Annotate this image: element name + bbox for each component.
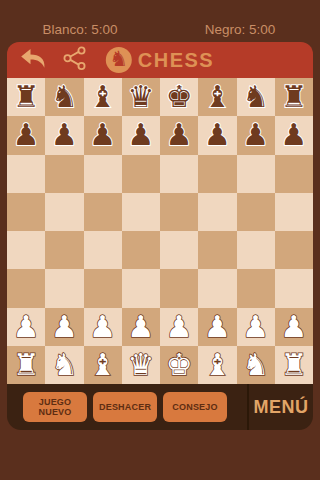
square-d5[interactable] bbox=[122, 193, 160, 231]
square-f8[interactable]: ♝ bbox=[198, 78, 236, 116]
square-b7[interactable]: ♟ bbox=[45, 116, 83, 154]
piece-black-pawn[interactable]: ♟ bbox=[280, 120, 307, 150]
square-c6[interactable] bbox=[84, 155, 122, 193]
chess-board[interactable]: ♜♞♝♛♚♝♞♜♟♟♟♟♟♟♟♟♟♟♟♟♟♟♟♟♜♞♝♛♚♝♞♜ bbox=[7, 78, 313, 384]
piece-white-pawn[interactable]: ♟ bbox=[280, 312, 307, 342]
black-clock: Negro: 5:00 bbox=[160, 22, 320, 42]
piece-white-pawn[interactable]: ♟ bbox=[13, 312, 40, 342]
square-h7[interactable]: ♟ bbox=[275, 116, 313, 154]
square-e7[interactable]: ♟ bbox=[160, 116, 198, 154]
square-f7[interactable]: ♟ bbox=[198, 116, 236, 154]
square-a7[interactable]: ♟ bbox=[7, 116, 45, 154]
square-d7[interactable]: ♟ bbox=[122, 116, 160, 154]
toolbar-buttons: JUEGO NUEVO DESHACER CONSEJO bbox=[23, 392, 227, 422]
square-f1[interactable]: ♝ bbox=[198, 346, 236, 384]
piece-black-rook[interactable]: ♜ bbox=[280, 82, 307, 112]
square-e1[interactable]: ♚ bbox=[160, 346, 198, 384]
square-b4[interactable] bbox=[45, 231, 83, 269]
square-a6[interactable] bbox=[7, 155, 45, 193]
piece-white-pawn[interactable]: ♟ bbox=[51, 312, 78, 342]
square-c3[interactable] bbox=[84, 269, 122, 307]
square-c1[interactable]: ♝ bbox=[84, 346, 122, 384]
square-d6[interactable] bbox=[122, 155, 160, 193]
square-b6[interactable] bbox=[45, 155, 83, 193]
piece-black-knight[interactable]: ♞ bbox=[51, 82, 78, 112]
square-e3[interactable] bbox=[160, 269, 198, 307]
square-e6[interactable] bbox=[160, 155, 198, 193]
square-a3[interactable] bbox=[7, 269, 45, 307]
menu-label: MENÚ bbox=[254, 397, 309, 418]
square-a2[interactable]: ♟ bbox=[7, 308, 45, 346]
undo-button[interactable]: DESHACER bbox=[93, 392, 157, 422]
clock-bar: Blanco: 5:00 Negro: 5:00 bbox=[0, 0, 320, 42]
square-g5[interactable] bbox=[237, 193, 275, 231]
piece-black-pawn[interactable]: ♟ bbox=[13, 120, 40, 150]
piece-white-rook[interactable]: ♜ bbox=[280, 350, 307, 380]
square-g2[interactable]: ♟ bbox=[237, 308, 275, 346]
square-g3[interactable] bbox=[237, 269, 275, 307]
piece-black-pawn[interactable]: ♟ bbox=[204, 120, 231, 150]
square-b2[interactable]: ♟ bbox=[45, 308, 83, 346]
piece-white-pawn[interactable]: ♟ bbox=[242, 312, 269, 342]
piece-white-pawn[interactable]: ♟ bbox=[127, 312, 154, 342]
piece-black-pawn[interactable]: ♟ bbox=[242, 120, 269, 150]
square-f2[interactable]: ♟ bbox=[198, 308, 236, 346]
square-h5[interactable] bbox=[275, 193, 313, 231]
square-h6[interactable] bbox=[275, 155, 313, 193]
square-e4[interactable] bbox=[160, 231, 198, 269]
square-f4[interactable] bbox=[198, 231, 236, 269]
piece-black-pawn[interactable]: ♟ bbox=[51, 120, 78, 150]
piece-white-bishop[interactable]: ♝ bbox=[204, 350, 231, 380]
piece-black-bishop[interactable]: ♝ bbox=[204, 82, 231, 112]
square-e5[interactable] bbox=[160, 193, 198, 231]
square-f3[interactable] bbox=[198, 269, 236, 307]
square-b3[interactable] bbox=[45, 269, 83, 307]
piece-white-queen[interactable]: ♛ bbox=[127, 350, 154, 380]
piece-black-pawn[interactable]: ♟ bbox=[127, 120, 154, 150]
square-h1[interactable]: ♜ bbox=[275, 346, 313, 384]
app-logo: ♞ CHESS bbox=[106, 47, 214, 73]
piece-white-pawn[interactable]: ♟ bbox=[166, 312, 193, 342]
square-g1[interactable]: ♞ bbox=[237, 346, 275, 384]
back-arrow-icon bbox=[20, 48, 47, 72]
square-h2[interactable]: ♟ bbox=[275, 308, 313, 346]
new-game-button[interactable]: JUEGO NUEVO bbox=[23, 392, 87, 422]
square-d3[interactable] bbox=[122, 269, 160, 307]
square-c7[interactable]: ♟ bbox=[84, 116, 122, 154]
piece-black-pawn[interactable]: ♟ bbox=[89, 120, 116, 150]
piece-white-knight[interactable]: ♞ bbox=[51, 350, 78, 380]
square-b1[interactable]: ♞ bbox=[45, 346, 83, 384]
square-h8[interactable]: ♜ bbox=[275, 78, 313, 116]
piece-white-king[interactable]: ♚ bbox=[166, 350, 193, 380]
piece-white-pawn[interactable]: ♟ bbox=[89, 312, 116, 342]
square-a5[interactable] bbox=[7, 193, 45, 231]
square-c4[interactable] bbox=[84, 231, 122, 269]
square-g8[interactable]: ♞ bbox=[237, 78, 275, 116]
bottom-toolbar: JUEGO NUEVO DESHACER CONSEJO MENÚ bbox=[7, 384, 313, 430]
piece-black-queen[interactable]: ♛ bbox=[127, 82, 154, 112]
square-b8[interactable]: ♞ bbox=[45, 78, 83, 116]
square-g6[interactable] bbox=[237, 155, 275, 193]
square-g4[interactable] bbox=[237, 231, 275, 269]
square-c2[interactable]: ♟ bbox=[84, 308, 122, 346]
square-c8[interactable]: ♝ bbox=[84, 78, 122, 116]
square-d4[interactable] bbox=[122, 231, 160, 269]
piece-white-knight[interactable]: ♞ bbox=[242, 350, 269, 380]
share-icon bbox=[62, 46, 87, 74]
square-f6[interactable] bbox=[198, 155, 236, 193]
square-a4[interactable] bbox=[7, 231, 45, 269]
piece-white-bishop[interactable]: ♝ bbox=[89, 350, 116, 380]
square-d2[interactable]: ♟ bbox=[122, 308, 160, 346]
piece-black-rook[interactable]: ♜ bbox=[13, 82, 40, 112]
square-d1[interactable]: ♛ bbox=[122, 346, 160, 384]
back-button[interactable] bbox=[20, 48, 47, 72]
square-d8[interactable]: ♛ bbox=[122, 78, 160, 116]
square-a8[interactable]: ♜ bbox=[7, 78, 45, 116]
square-e8[interactable]: ♚ bbox=[160, 78, 198, 116]
square-h4[interactable] bbox=[275, 231, 313, 269]
app-title: CHESS bbox=[138, 49, 214, 72]
square-c5[interactable] bbox=[84, 193, 122, 231]
knight-logo-icon: ♞ bbox=[106, 47, 132, 73]
share-button[interactable] bbox=[62, 46, 87, 74]
hint-button[interactable]: CONSEJO bbox=[163, 392, 227, 422]
square-a1[interactable]: ♜ bbox=[7, 346, 45, 384]
square-h3[interactable] bbox=[275, 269, 313, 307]
square-b5[interactable] bbox=[45, 193, 83, 231]
square-f5[interactable] bbox=[198, 193, 236, 231]
piece-white-pawn[interactable]: ♟ bbox=[204, 312, 231, 342]
menu-button[interactable]: MENÚ bbox=[247, 384, 313, 430]
piece-white-rook[interactable]: ♜ bbox=[13, 350, 40, 380]
white-clock: Blanco: 5:00 bbox=[0, 22, 160, 42]
piece-black-pawn[interactable]: ♟ bbox=[166, 120, 193, 150]
square-e2[interactable]: ♟ bbox=[160, 308, 198, 346]
piece-black-king[interactable]: ♚ bbox=[166, 82, 193, 112]
square-g7[interactable]: ♟ bbox=[237, 116, 275, 154]
piece-black-bishop[interactable]: ♝ bbox=[89, 82, 116, 112]
nav-bar: ♞ CHESS bbox=[7, 42, 313, 78]
piece-black-knight[interactable]: ♞ bbox=[242, 82, 269, 112]
